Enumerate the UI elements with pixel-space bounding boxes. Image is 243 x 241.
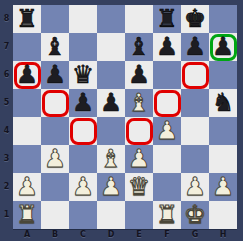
square-d1[interactable] (97, 201, 125, 229)
square-b8[interactable] (41, 5, 69, 33)
piece-black-pawn[interactable]: ♟ (13, 61, 41, 89)
square-g8[interactable]: ♚ (181, 5, 209, 33)
piece-white-pawn[interactable]: ♟ (69, 173, 97, 201)
piece-black-bishop[interactable]: ♝ (41, 33, 69, 61)
square-d4[interactable] (97, 117, 125, 145)
square-e3[interactable]: ♟ (125, 145, 153, 173)
piece-black-rook[interactable]: ♜ (13, 5, 41, 33)
square-f5[interactable] (153, 89, 181, 117)
square-h8[interactable] (209, 5, 237, 33)
rank-label-8: 8 (0, 5, 13, 33)
file-label-d: D (97, 229, 125, 241)
square-e1[interactable] (125, 201, 153, 229)
square-c6[interactable]: ♛ (69, 61, 97, 89)
piece-black-king[interactable]: ♚ (181, 5, 209, 33)
square-b4[interactable] (41, 117, 69, 145)
square-c1[interactable] (69, 201, 97, 229)
file-labels: ABCDEFGH (13, 229, 237, 241)
piece-white-pawn[interactable]: ♟ (181, 173, 209, 201)
file-label-h: H (209, 229, 237, 241)
square-h4[interactable] (209, 117, 237, 145)
file-label-c: C (69, 229, 97, 241)
square-a5[interactable] (13, 89, 41, 117)
square-d3[interactable]: ♝ (97, 145, 125, 173)
rank-label-3: 3 (0, 145, 13, 173)
square-e8[interactable] (125, 5, 153, 33)
square-c8[interactable] (69, 5, 97, 33)
square-h5[interactable]: ♞ (209, 89, 237, 117)
piece-white-king[interactable]: ♚ (181, 201, 209, 229)
square-a4[interactable] (13, 117, 41, 145)
square-e5[interactable]: ♝ (125, 89, 153, 117)
square-e2[interactable]: ♛ (125, 173, 153, 201)
square-f2[interactable] (153, 173, 181, 201)
square-e7[interactable]: ♝ (125, 33, 153, 61)
square-d2[interactable]: ♟ (97, 173, 125, 201)
piece-white-pawn[interactable]: ♟ (41, 145, 69, 173)
piece-white-bishop[interactable]: ♝ (97, 145, 125, 173)
piece-black-pawn[interactable]: ♟ (41, 61, 69, 89)
piece-white-queen[interactable]: ♛ (125, 173, 153, 201)
square-f6[interactable] (153, 61, 181, 89)
square-c5[interactable]: ♟ (69, 89, 97, 117)
square-e4[interactable] (125, 117, 153, 145)
highlight-red-e4 (126, 118, 153, 145)
chess-board-app: 87654321 ♜♜♚♝♝♟♟♟♟♟♛♟♟♟♝♞♟♟♝♟♟♟♟♛♟♟♜♜♚ A… (0, 0, 243, 241)
square-b7[interactable]: ♝ (41, 33, 69, 61)
rank-label-6: 6 (0, 61, 13, 89)
rank-label-2: 2 (0, 173, 13, 201)
square-c3[interactable] (69, 145, 97, 173)
rank-label-5: 5 (0, 89, 13, 117)
file-label-a: A (13, 229, 41, 241)
rank-label-1: 1 (0, 201, 13, 229)
piece-black-pawn[interactable]: ♟ (97, 89, 125, 117)
piece-white-pawn[interactable]: ♟ (153, 117, 181, 145)
piece-black-pawn[interactable]: ♟ (153, 33, 181, 61)
square-c4[interactable] (69, 117, 97, 145)
chess-board: ♜♜♚♝♝♟♟♟♟♟♛♟♟♟♝♞♟♟♝♟♟♟♟♛♟♟♜♜♚ (13, 5, 237, 230)
square-a2[interactable]: ♟ (13, 173, 41, 201)
square-b5[interactable] (41, 89, 69, 117)
square-h1[interactable] (209, 201, 237, 229)
square-b3[interactable]: ♟ (41, 145, 69, 173)
square-f3[interactable] (153, 145, 181, 173)
highlight-red-b5 (42, 90, 69, 117)
piece-white-rook[interactable]: ♜ (153, 201, 181, 229)
square-h7[interactable]: ♟ (209, 33, 237, 61)
file-label-g: G (181, 229, 209, 241)
square-g3[interactable] (181, 145, 209, 173)
square-f4[interactable]: ♟ (153, 117, 181, 145)
square-b6[interactable]: ♟ (41, 61, 69, 89)
square-d8[interactable] (97, 5, 125, 33)
piece-white-pawn[interactable]: ♟ (97, 173, 125, 201)
square-g4[interactable] (181, 117, 209, 145)
square-a6[interactable]: ♟ (13, 61, 41, 89)
rank-labels: 87654321 (0, 5, 13, 229)
square-b2[interactable] (41, 173, 69, 201)
square-f7[interactable]: ♟ (153, 33, 181, 61)
square-g7[interactable]: ♟ (181, 33, 209, 61)
square-c2[interactable]: ♟ (69, 173, 97, 201)
square-f1[interactable]: ♜ (153, 201, 181, 229)
highlight-red-g6 (182, 62, 209, 89)
piece-black-pawn[interactable]: ♟ (125, 61, 153, 89)
square-e6[interactable]: ♟ (125, 61, 153, 89)
square-c7[interactable] (69, 33, 97, 61)
square-a7[interactable] (13, 33, 41, 61)
square-g2[interactable]: ♟ (181, 173, 209, 201)
square-a1[interactable]: ♜ (13, 201, 41, 229)
file-label-b: B (41, 229, 69, 241)
square-h6[interactable] (209, 61, 237, 89)
square-d7[interactable] (97, 33, 125, 61)
piece-white-pawn[interactable]: ♟ (209, 173, 237, 201)
square-a8[interactable]: ♜ (13, 5, 41, 33)
square-a3[interactable] (13, 145, 41, 173)
highlight-red-f5 (154, 90, 181, 117)
square-g5[interactable] (181, 89, 209, 117)
piece-black-pawn[interactable]: ♟ (69, 89, 97, 117)
piece-black-pawn[interactable]: ♟ (209, 33, 237, 61)
square-h3[interactable] (209, 145, 237, 173)
square-h2[interactable]: ♟ (209, 173, 237, 201)
piece-white-pawn[interactable]: ♟ (125, 145, 153, 173)
piece-white-pawn[interactable]: ♟ (13, 173, 41, 201)
square-g1[interactable]: ♚ (181, 201, 209, 229)
file-label-f: F (153, 229, 181, 241)
highlight-red-c4 (70, 118, 97, 145)
square-d5[interactable]: ♟ (97, 89, 125, 117)
piece-white-rook[interactable]: ♜ (13, 201, 41, 229)
piece-white-bishop[interactable]: ♝ (125, 89, 153, 117)
rank-label-7: 7 (0, 33, 13, 61)
piece-black-rook[interactable]: ♜ (153, 5, 181, 33)
piece-black-knight[interactable]: ♞ (209, 89, 237, 117)
square-b1[interactable] (41, 201, 69, 229)
square-g6[interactable] (181, 61, 209, 89)
square-f8[interactable]: ♜ (153, 5, 181, 33)
piece-black-pawn[interactable]: ♟ (181, 33, 209, 61)
piece-black-bishop[interactable]: ♝ (125, 33, 153, 61)
piece-black-queen[interactable]: ♛ (69, 61, 97, 89)
square-d6[interactable] (97, 61, 125, 89)
rank-label-4: 4 (0, 117, 13, 145)
file-label-e: E (125, 229, 153, 241)
